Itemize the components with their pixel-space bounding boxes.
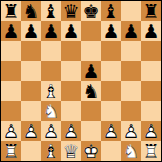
square-b1[interactable] [21, 141, 41, 161]
white-piece-outline-glyph: ♖ [141, 141, 161, 161]
square-g4[interactable] [121, 81, 141, 101]
square-b5[interactable] [21, 61, 41, 81]
white-pawn[interactable]: ♟♙ [141, 121, 161, 141]
white-piece-outline-glyph: ♙ [21, 121, 41, 141]
square-g1[interactable]: ♞♘ [121, 141, 141, 161]
black-piece-glyph: ♜ [1, 1, 21, 21]
black-piece-glyph: ♜ [141, 1, 161, 21]
square-f7[interactable]: ♟ [101, 21, 121, 41]
square-g2[interactable]: ♟♙ [121, 121, 141, 141]
black-king[interactable]: ♚ [81, 1, 101, 21]
square-g8[interactable] [121, 1, 141, 21]
square-c7[interactable]: ♟ [41, 21, 61, 41]
square-a1[interactable]: ♜♖ [1, 141, 21, 161]
black-piece-glyph: ♝ [101, 1, 121, 21]
square-g6[interactable] [121, 41, 141, 61]
square-c8[interactable]: ♝ [41, 1, 61, 21]
white-pawn[interactable]: ♟♙ [41, 121, 61, 141]
white-piece-outline-glyph: ♗ [41, 81, 61, 101]
square-e6[interactable] [81, 41, 101, 61]
black-bishop[interactable]: ♝ [101, 1, 121, 21]
white-king[interactable]: ♚♔ [81, 141, 101, 161]
white-rook[interactable]: ♜♖ [141, 141, 161, 161]
square-e1[interactable]: ♚♔ [81, 141, 101, 161]
square-a4[interactable] [1, 81, 21, 101]
black-knight[interactable]: ♞ [81, 81, 101, 101]
white-piece-outline-glyph: ♙ [1, 121, 21, 141]
white-piece-outline-glyph: ♘ [121, 141, 141, 161]
white-piece-outline-glyph: ♙ [121, 121, 141, 141]
black-piece-glyph: ♟ [21, 21, 41, 41]
white-pawn[interactable]: ♟♙ [121, 121, 141, 141]
square-f2[interactable]: ♟♙ [101, 121, 121, 141]
white-pawn[interactable]: ♟♙ [101, 121, 121, 141]
white-pawn[interactable]: ♟♙ [1, 121, 21, 141]
white-pawn[interactable]: ♟♙ [21, 121, 41, 141]
chess-diagram: ♜♞♝♛♚♝♜♟♟♟♟♟♟♟♟♝♗♞♞♘♟♙♟♙♟♙♟♙♟♙♟♙♟♙♜♖♝♗♛♕… [0, 0, 162, 162]
square-f4[interactable] [101, 81, 121, 101]
black-piece-glyph: ♟ [101, 21, 121, 41]
black-queen[interactable]: ♛ [61, 1, 81, 21]
black-piece-glyph: ♟ [1, 21, 21, 41]
black-pawn[interactable]: ♟ [21, 21, 41, 41]
square-h4[interactable] [141, 81, 161, 101]
black-knight[interactable]: ♞ [21, 1, 41, 21]
square-e8[interactable]: ♚ [81, 1, 101, 21]
square-h1[interactable]: ♜♖ [141, 141, 161, 161]
white-knight[interactable]: ♞♘ [121, 141, 141, 161]
white-bishop[interactable]: ♝♗ [41, 81, 61, 101]
square-a3[interactable] [1, 101, 21, 121]
square-a5[interactable] [1, 61, 21, 81]
square-h3[interactable] [141, 101, 161, 121]
square-b4[interactable] [21, 81, 41, 101]
black-piece-glyph: ♝ [41, 1, 61, 21]
black-rook[interactable]: ♜ [141, 1, 161, 21]
square-e4[interactable]: ♞ [81, 81, 101, 101]
black-piece-glyph: ♟ [41, 21, 61, 41]
square-a8[interactable]: ♜ [1, 1, 21, 21]
square-h2[interactable]: ♟♙ [141, 121, 161, 141]
black-pawn[interactable]: ♟ [1, 21, 21, 41]
square-g5[interactable] [121, 61, 141, 81]
black-rook[interactable]: ♜ [1, 1, 21, 21]
square-e3[interactable] [81, 101, 101, 121]
black-piece-glyph: ♚ [81, 1, 101, 21]
black-piece-glyph: ♟ [81, 61, 101, 81]
square-f1[interactable] [101, 141, 121, 161]
black-pawn[interactable]: ♟ [141, 21, 161, 41]
square-h6[interactable] [141, 41, 161, 61]
white-piece-outline-glyph: ♙ [141, 121, 161, 141]
square-d5[interactable] [61, 61, 81, 81]
white-piece-outline-glyph: ♕ [61, 141, 81, 161]
black-bishop[interactable]: ♝ [41, 1, 61, 21]
square-d8[interactable]: ♛ [61, 1, 81, 21]
square-c3[interactable]: ♞♘ [41, 101, 61, 121]
square-c4[interactable]: ♝♗ [41, 81, 61, 101]
square-b2[interactable]: ♟♙ [21, 121, 41, 141]
white-piece-outline-glyph: ♗ [41, 141, 61, 161]
black-piece-glyph: ♟ [61, 21, 81, 41]
white-knight[interactable]: ♞♘ [41, 101, 61, 121]
square-d4[interactable] [61, 81, 81, 101]
black-pawn[interactable]: ♟ [81, 61, 101, 81]
black-pawn[interactable]: ♟ [121, 21, 141, 41]
square-d7[interactable]: ♟ [61, 21, 81, 41]
white-piece-outline-glyph: ♙ [41, 121, 61, 141]
white-piece-outline-glyph: ♔ [81, 141, 101, 161]
square-a7[interactable]: ♟ [1, 21, 21, 41]
square-f8[interactable]: ♝ [101, 1, 121, 21]
square-a6[interactable] [1, 41, 21, 61]
square-b3[interactable] [21, 101, 41, 121]
square-b7[interactable]: ♟ [21, 21, 41, 41]
black-pawn[interactable]: ♟ [61, 21, 81, 41]
white-piece-outline-glyph: ♘ [41, 101, 61, 121]
square-d2[interactable]: ♟♙ [61, 121, 81, 141]
square-h7[interactable]: ♟ [141, 21, 161, 41]
square-e7[interactable] [81, 21, 101, 41]
square-f3[interactable] [101, 101, 121, 121]
black-pawn[interactable]: ♟ [101, 21, 121, 41]
square-g7[interactable]: ♟ [121, 21, 141, 41]
black-piece-glyph: ♛ [61, 1, 81, 21]
black-piece-glyph: ♟ [121, 21, 141, 41]
square-h5[interactable] [141, 61, 161, 81]
white-bishop[interactable]: ♝♗ [41, 141, 61, 161]
white-piece-outline-glyph: ♙ [101, 121, 121, 141]
square-c5[interactable] [41, 61, 61, 81]
square-d3[interactable] [61, 101, 81, 121]
square-g3[interactable] [121, 101, 141, 121]
chess-board: ♜♞♝♛♚♝♜♟♟♟♟♟♟♟♟♝♗♞♞♘♟♙♟♙♟♙♟♙♟♙♟♙♟♙♜♖♝♗♛♕… [0, 0, 162, 162]
white-queen[interactable]: ♛♕ [61, 141, 81, 161]
square-h8[interactable]: ♜ [141, 1, 161, 21]
square-d1[interactable]: ♛♕ [61, 141, 81, 161]
square-c2[interactable]: ♟♙ [41, 121, 61, 141]
square-e2[interactable] [81, 121, 101, 141]
white-pawn[interactable]: ♟♙ [61, 121, 81, 141]
black-piece-glyph: ♞ [81, 81, 101, 101]
white-piece-outline-glyph: ♙ [61, 121, 81, 141]
black-pawn[interactable]: ♟ [41, 21, 61, 41]
black-piece-glyph: ♞ [21, 1, 41, 21]
square-d6[interactable] [61, 41, 81, 61]
white-piece-outline-glyph: ♖ [1, 141, 21, 161]
square-c6[interactable] [41, 41, 61, 61]
square-a2[interactable]: ♟♙ [1, 121, 21, 141]
square-f6[interactable] [101, 41, 121, 61]
black-piece-glyph: ♟ [141, 21, 161, 41]
white-rook[interactable]: ♜♖ [1, 141, 21, 161]
square-e5[interactable]: ♟ [81, 61, 101, 81]
square-b6[interactable] [21, 41, 41, 61]
square-b8[interactable]: ♞ [21, 1, 41, 21]
square-f5[interactable] [101, 61, 121, 81]
square-c1[interactable]: ♝♗ [41, 141, 61, 161]
